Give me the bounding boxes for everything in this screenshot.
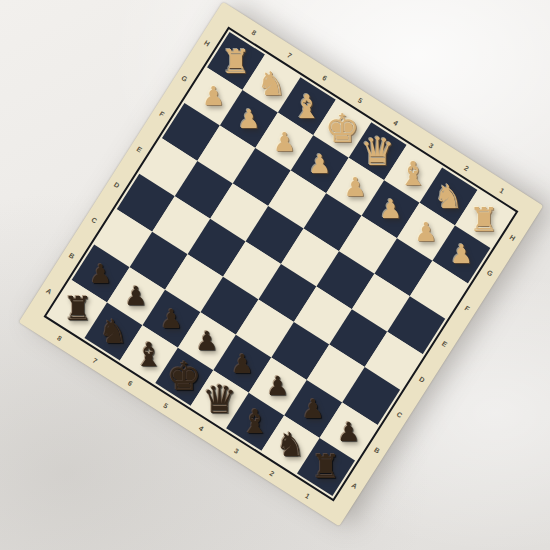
black-king-a5: ♚ [167,357,202,396]
black-bishop-a3: ♝ [240,405,270,438]
white-bishop-h6: ♝ [292,90,322,123]
black-pawn-b1: ♟ [337,419,360,445]
black-pawn-b6: ♟ [160,306,183,332]
white-pawn-g1: ♟ [450,241,473,267]
black-rook-a8: ♜ [63,292,93,325]
black-knight-a7: ♞ [99,315,129,348]
white-king-h5: ♚ [325,109,360,148]
white-pawn-g4: ♟ [343,174,366,200]
white-queen-h4: ♛ [360,132,395,171]
white-knight-h7: ♞ [257,67,287,100]
white-pawn-g6: ♟ [273,129,296,155]
white-rook-h8: ♜ [221,45,251,78]
black-pawn-b7: ♟ [124,283,147,309]
black-pawn-b5: ♟ [195,328,218,354]
black-bishop-a6: ♝ [134,338,164,371]
black-pawn-b8: ♟ [89,261,112,287]
black-rook-a1: ♜ [311,450,341,483]
white-rook-h1: ♜ [469,203,499,236]
white-pawn-g7: ♟ [237,106,260,132]
photo-scene: ABCDEFGH ABCDEFGH 87654321 87654321 ♜♟♟♜… [0,0,550,550]
black-pawn-b4: ♟ [231,351,254,377]
white-pawn-g3: ♟ [379,196,402,222]
black-queen-a4: ♛ [202,380,237,419]
white-pawn-g8: ♟ [202,83,225,109]
white-pawn-g5: ♟ [308,151,331,177]
black-pawn-b2: ♟ [301,396,324,422]
black-pawn-b3: ♟ [266,373,289,399]
white-pawn-g2: ♟ [414,219,437,245]
white-bishop-h3: ♝ [398,157,428,190]
black-knight-a2: ♞ [276,428,306,461]
white-knight-h2: ♞ [434,180,464,213]
